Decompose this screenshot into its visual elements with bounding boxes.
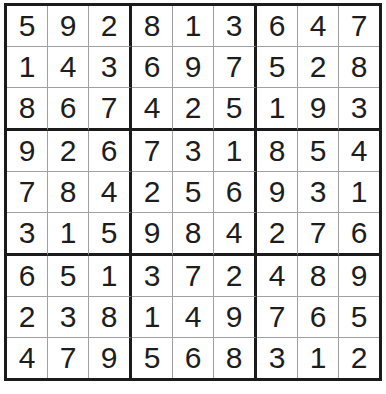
sudoku-cell-r1c5[interactable]: 1 (173, 6, 214, 47)
sudoku-cell-r3c6[interactable]: 5 (214, 88, 257, 131)
sudoku-cell-r2c6[interactable]: 7 (214, 47, 257, 88)
sudoku-cell-r4c1[interactable]: 9 (7, 131, 48, 172)
sudoku-cell-r6c4[interactable]: 9 (132, 213, 173, 256)
sudoku-cell-r3c8[interactable]: 9 (298, 88, 339, 131)
sudoku-cell-r4c2[interactable]: 2 (48, 131, 89, 172)
sudoku-cell-r2c8[interactable]: 2 (298, 47, 339, 88)
sudoku-cell-r3c5[interactable]: 2 (173, 88, 214, 131)
sudoku-cell-r5c5[interactable]: 5 (173, 172, 214, 213)
sudoku-cell-r9c7[interactable]: 3 (257, 338, 298, 378)
sudoku-cell-r3c1[interactable]: 8 (7, 88, 48, 131)
sudoku-cell-r3c7[interactable]: 1 (257, 88, 298, 131)
sudoku-cell-r2c4[interactable]: 6 (132, 47, 173, 88)
sudoku-cell-r8c4[interactable]: 1 (132, 297, 173, 338)
sudoku-cell-r6c8[interactable]: 7 (298, 213, 339, 256)
sudoku-cell-r8c8[interactable]: 6 (298, 297, 339, 338)
sudoku-cell-r1c4[interactable]: 8 (132, 6, 173, 47)
sudoku-cell-r1c3[interactable]: 2 (89, 6, 132, 47)
sudoku-cell-r2c2[interactable]: 4 (48, 47, 89, 88)
sudoku-cell-r3c3[interactable]: 7 (89, 88, 132, 131)
sudoku-cell-r5c9[interactable]: 1 (339, 172, 379, 213)
sudoku-cell-r2c9[interactable]: 8 (339, 47, 379, 88)
sudoku-cell-r4c8[interactable]: 5 (298, 131, 339, 172)
sudoku-cell-r5c6[interactable]: 6 (214, 172, 257, 213)
sudoku-cell-r6c2[interactable]: 1 (48, 213, 89, 256)
sudoku-cell-r5c4[interactable]: 2 (132, 172, 173, 213)
sudoku-cell-r1c9[interactable]: 7 (339, 6, 379, 47)
sudoku-cell-r7c3[interactable]: 1 (89, 256, 132, 297)
sudoku-cell-r9c9[interactable]: 2 (339, 338, 379, 378)
sudoku-cell-r5c1[interactable]: 7 (7, 172, 48, 213)
sudoku-cell-r1c8[interactable]: 4 (298, 6, 339, 47)
sudoku-cell-r3c9[interactable]: 3 (339, 88, 379, 131)
sudoku-cell-r7c9[interactable]: 9 (339, 256, 379, 297)
sudoku-page: 5928136471436975288674251939267318547842… (0, 0, 386, 394)
sudoku-cell-r9c6[interactable]: 8 (214, 338, 257, 378)
sudoku-cell-r9c1[interactable]: 4 (7, 338, 48, 378)
sudoku-cell-r7c2[interactable]: 5 (48, 256, 89, 297)
sudoku-cell-r4c9[interactable]: 4 (339, 131, 379, 172)
sudoku-cell-r6c5[interactable]: 8 (173, 213, 214, 256)
sudoku-cell-r8c5[interactable]: 4 (173, 297, 214, 338)
sudoku-cell-r5c8[interactable]: 3 (298, 172, 339, 213)
sudoku-cell-r3c4[interactable]: 4 (132, 88, 173, 131)
sudoku-cell-r8c7[interactable]: 7 (257, 297, 298, 338)
sudoku-cell-r6c1[interactable]: 3 (7, 213, 48, 256)
sudoku-cell-r4c4[interactable]: 7 (132, 131, 173, 172)
sudoku-cell-r2c7[interactable]: 5 (257, 47, 298, 88)
sudoku-cell-r7c7[interactable]: 4 (257, 256, 298, 297)
sudoku-cell-r1c2[interactable]: 9 (48, 6, 89, 47)
sudoku-cell-r6c3[interactable]: 5 (89, 213, 132, 256)
sudoku-cell-r8c2[interactable]: 3 (48, 297, 89, 338)
sudoku-cell-r7c5[interactable]: 7 (173, 256, 214, 297)
sudoku-cell-r5c3[interactable]: 4 (89, 172, 132, 213)
sudoku-cell-r6c9[interactable]: 6 (339, 213, 379, 256)
sudoku-cell-r2c5[interactable]: 9 (173, 47, 214, 88)
sudoku-cell-r3c2[interactable]: 6 (48, 88, 89, 131)
sudoku-cell-r5c2[interactable]: 8 (48, 172, 89, 213)
sudoku-cell-r2c1[interactable]: 1 (7, 47, 48, 88)
sudoku-board: 5928136471436975288674251939267318547842… (4, 3, 382, 381)
sudoku-cell-r8c6[interactable]: 9 (214, 297, 257, 338)
sudoku-cell-r4c3[interactable]: 6 (89, 131, 132, 172)
sudoku-cell-r7c6[interactable]: 2 (214, 256, 257, 297)
sudoku-cell-r7c1[interactable]: 6 (7, 256, 48, 297)
sudoku-cell-r7c8[interactable]: 8 (298, 256, 339, 297)
sudoku-cell-r1c6[interactable]: 3 (214, 6, 257, 47)
sudoku-cell-r8c3[interactable]: 8 (89, 297, 132, 338)
sudoku-cell-r1c7[interactable]: 6 (257, 6, 298, 47)
sudoku-cell-r6c6[interactable]: 4 (214, 213, 257, 256)
sudoku-cell-r9c2[interactable]: 7 (48, 338, 89, 378)
sudoku-cell-r4c6[interactable]: 1 (214, 131, 257, 172)
sudoku-cell-r8c9[interactable]: 5 (339, 297, 379, 338)
sudoku-cell-r2c3[interactable]: 3 (89, 47, 132, 88)
sudoku-cell-r1c1[interactable]: 5 (7, 6, 48, 47)
sudoku-cell-r9c5[interactable]: 6 (173, 338, 214, 378)
sudoku-cell-r9c8[interactable]: 1 (298, 338, 339, 378)
sudoku-cell-r7c4[interactable]: 3 (132, 256, 173, 297)
sudoku-cell-r5c7[interactable]: 9 (257, 172, 298, 213)
sudoku-cell-r9c4[interactable]: 5 (132, 338, 173, 378)
sudoku-cell-r4c5[interactable]: 3 (173, 131, 214, 172)
sudoku-cell-r8c1[interactable]: 2 (7, 297, 48, 338)
sudoku-cell-r4c7[interactable]: 8 (257, 131, 298, 172)
sudoku-cell-r9c3[interactable]: 9 (89, 338, 132, 378)
sudoku-cell-r6c7[interactable]: 2 (257, 213, 298, 256)
